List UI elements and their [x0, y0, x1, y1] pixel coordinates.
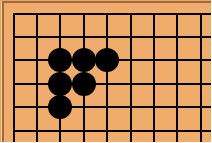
grid-line-vertical: [36, 13, 38, 143]
grid-line-horizontal: [13, 36, 212, 38]
grid-line-vertical: [200, 13, 202, 143]
grid-line-vertical: [130, 13, 132, 143]
black-stone: [72, 48, 96, 72]
grid-line-vertical: [13, 13, 15, 143]
black-stone: [48, 48, 72, 72]
grid-line-vertical: [153, 13, 155, 143]
board-frame-left-shadow: [2, 1, 4, 142]
grid-line-vertical: [106, 13, 108, 143]
black-stone: [48, 95, 72, 119]
grid-line-horizontal: [13, 106, 212, 108]
black-stone: [72, 72, 96, 96]
board-frame-top-shadow: [0, 1, 211, 3]
grid-line-horizontal: [13, 130, 212, 132]
go-board[interactable]: [0, 0, 211, 142]
grid-line-vertical: [176, 13, 178, 143]
black-stone: [48, 72, 72, 96]
black-stone: [95, 48, 119, 72]
grid-line-horizontal: [13, 13, 212, 15]
grid-line-horizontal: [13, 83, 212, 85]
